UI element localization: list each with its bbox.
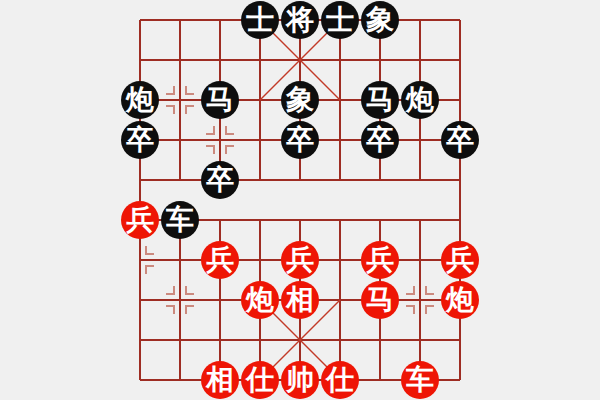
- board-point-2-9: 相: [200, 360, 240, 400]
- piece-red-rook[interactable]: 车: [401, 361, 439, 399]
- piece-red-pawn[interactable]: 兵: [281, 241, 319, 279]
- piece-red-advisor[interactable]: 仕: [321, 361, 359, 399]
- board-point-0-2: 炮: [120, 80, 160, 120]
- piece-red-cannon[interactable]: 炮: [441, 281, 479, 319]
- board-point-6-3: 卒: [360, 120, 400, 160]
- board-point-8-3: 卒: [440, 120, 480, 160]
- piece-black-elephant[interactable]: 象: [281, 81, 319, 119]
- board-point-4-7: 相: [280, 280, 320, 320]
- piece-black-pawn[interactable]: 卒: [361, 121, 399, 159]
- board-point-6-7: 马: [360, 280, 400, 320]
- board-point-4-6: 兵: [280, 240, 320, 280]
- piece-red-horse[interactable]: 马: [361, 281, 399, 319]
- piece-red-advisor[interactable]: 仕: [241, 361, 279, 399]
- piece-black-pawn[interactable]: 卒: [201, 161, 239, 199]
- board-point-2-6: 兵: [200, 240, 240, 280]
- piece-red-elephant[interactable]: 相: [281, 281, 319, 319]
- board-point-7-9: 车: [400, 360, 440, 400]
- piece-black-advisor[interactable]: 士: [241, 1, 279, 39]
- board-point-3-0: 士: [240, 0, 280, 40]
- piece-black-horse[interactable]: 马: [201, 81, 239, 119]
- piece-black-pawn[interactable]: 卒: [441, 121, 479, 159]
- board-point-2-4: 卒: [200, 160, 240, 200]
- board-point-0-3: 卒: [120, 120, 160, 160]
- board-point-1-5: 车: [160, 200, 200, 240]
- board-pieces-layer: 士将士象炮马象马炮卒卒卒卒卒兵车兵兵兵兵炮相马炮相仕帅仕车: [120, 0, 480, 400]
- board-point-8-6: 兵: [440, 240, 480, 280]
- piece-red-pawn[interactable]: 兵: [441, 241, 479, 279]
- piece-black-cannon[interactable]: 炮: [121, 81, 159, 119]
- board-point-0-5: 兵: [120, 200, 160, 240]
- board-point-3-9: 仕: [240, 360, 280, 400]
- board-point-4-0: 将: [280, 0, 320, 40]
- piece-black-king[interactable]: 将: [281, 1, 319, 39]
- piece-black-pawn[interactable]: 卒: [281, 121, 319, 159]
- board-point-2-2: 马: [200, 80, 240, 120]
- board-point-5-0: 士: [320, 0, 360, 40]
- xiangqi-board: 士将士象炮马象马炮卒卒卒卒卒兵车兵兵兵兵炮相马炮相仕帅仕车: [0, 0, 600, 400]
- piece-red-king[interactable]: 帅: [281, 361, 319, 399]
- piece-red-pawn[interactable]: 兵: [121, 201, 159, 239]
- piece-red-elephant[interactable]: 相: [201, 361, 239, 399]
- piece-black-cannon[interactable]: 炮: [401, 81, 439, 119]
- piece-red-cannon[interactable]: 炮: [241, 281, 279, 319]
- board-point-6-2: 马: [360, 80, 400, 120]
- piece-red-pawn[interactable]: 兵: [201, 241, 239, 279]
- board-point-6-6: 兵: [360, 240, 400, 280]
- piece-black-horse[interactable]: 马: [361, 81, 399, 119]
- board-point-4-2: 象: [280, 80, 320, 120]
- board-point-4-3: 卒: [280, 120, 320, 160]
- board-point-7-2: 炮: [400, 80, 440, 120]
- board-point-4-9: 帅: [280, 360, 320, 400]
- piece-black-rook[interactable]: 车: [161, 201, 199, 239]
- piece-black-pawn[interactable]: 卒: [121, 121, 159, 159]
- piece-black-advisor[interactable]: 士: [321, 1, 359, 39]
- board-point-3-7: 炮: [240, 280, 280, 320]
- board-point-8-7: 炮: [440, 280, 480, 320]
- piece-black-elephant[interactable]: 象: [361, 1, 399, 39]
- piece-red-pawn[interactable]: 兵: [361, 241, 399, 279]
- board-point-6-0: 象: [360, 0, 400, 40]
- board-point-5-9: 仕: [320, 360, 360, 400]
